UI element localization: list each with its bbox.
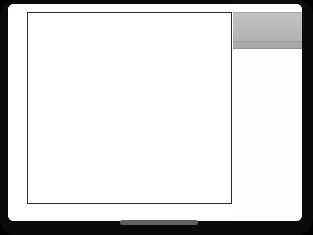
app-screen [8,4,302,221]
file-labels [27,205,232,217]
tablet-stand-bar [120,220,198,225]
sidebar-top-gap [233,4,302,12]
turn-indicator-header [233,12,302,42]
chess-board[interactable] [27,12,232,204]
sidebar [233,4,302,221]
board-area [8,4,234,221]
sidebar-separator [233,42,302,49]
rank-labels [10,12,26,204]
tablet-bezel [0,0,313,235]
